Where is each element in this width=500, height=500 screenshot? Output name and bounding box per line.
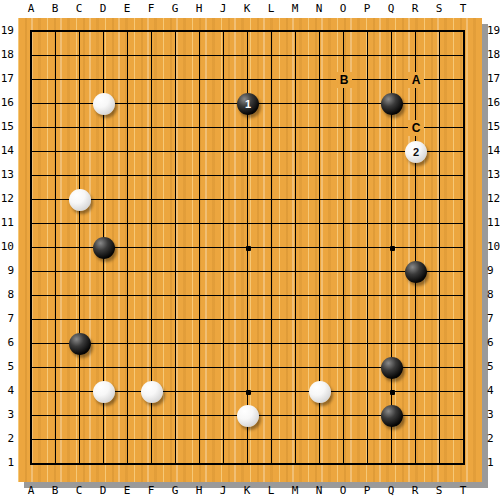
intersection-D5[interactable] <box>92 356 116 380</box>
intersection-C4[interactable] <box>68 380 92 404</box>
intersection-O12[interactable] <box>332 188 356 212</box>
intersection-S2[interactable] <box>428 428 452 452</box>
intersection-P16[interactable] <box>356 92 380 116</box>
intersection-R15[interactable]: C <box>404 116 428 140</box>
intersection-O16[interactable] <box>332 92 356 116</box>
intersection-N15[interactable] <box>308 116 332 140</box>
intersection-H15[interactable] <box>188 116 212 140</box>
intersection-T6[interactable] <box>452 332 476 356</box>
intersection-D17[interactable] <box>92 68 116 92</box>
intersection-A15[interactable] <box>20 116 44 140</box>
intersection-M19[interactable] <box>284 20 308 44</box>
intersection-A3[interactable] <box>20 404 44 428</box>
intersection-G14[interactable] <box>164 140 188 164</box>
intersection-C10[interactable] <box>68 236 92 260</box>
intersection-S3[interactable] <box>428 404 452 428</box>
intersection-T15[interactable] <box>452 116 476 140</box>
intersection-S10[interactable] <box>428 236 452 260</box>
intersection-D8[interactable] <box>92 284 116 308</box>
intersection-F17[interactable] <box>140 68 164 92</box>
intersection-O5[interactable] <box>332 356 356 380</box>
intersection-S4[interactable] <box>428 380 452 404</box>
intersection-O10[interactable] <box>332 236 356 260</box>
intersection-B9[interactable] <box>44 260 68 284</box>
intersection-L10[interactable] <box>260 236 284 260</box>
intersection-R13[interactable] <box>404 164 428 188</box>
intersection-F9[interactable] <box>140 260 164 284</box>
intersection-F14[interactable] <box>140 140 164 164</box>
intersection-L4[interactable] <box>260 380 284 404</box>
intersection-G1[interactable] <box>164 452 188 476</box>
intersection-N16[interactable] <box>308 92 332 116</box>
intersection-C11[interactable] <box>68 212 92 236</box>
intersection-M16[interactable] <box>284 92 308 116</box>
intersection-G8[interactable] <box>164 284 188 308</box>
intersection-J15[interactable] <box>212 116 236 140</box>
intersection-J16[interactable] <box>212 92 236 116</box>
intersection-P9[interactable] <box>356 260 380 284</box>
intersection-N8[interactable] <box>308 284 332 308</box>
intersection-C3[interactable] <box>68 404 92 428</box>
intersection-G9[interactable] <box>164 260 188 284</box>
intersection-T3[interactable] <box>452 404 476 428</box>
intersection-E4[interactable] <box>116 380 140 404</box>
intersection-T12[interactable] <box>452 188 476 212</box>
intersection-Q6[interactable] <box>380 332 404 356</box>
intersection-T1[interactable] <box>452 452 476 476</box>
intersection-L16[interactable] <box>260 92 284 116</box>
intersection-C9[interactable] <box>68 260 92 284</box>
intersection-P12[interactable] <box>356 188 380 212</box>
intersection-K16[interactable]: 1 <box>236 92 260 116</box>
intersection-F16[interactable] <box>140 92 164 116</box>
intersection-F18[interactable] <box>140 44 164 68</box>
intersection-T9[interactable] <box>452 260 476 284</box>
intersection-B14[interactable] <box>44 140 68 164</box>
intersection-F10[interactable] <box>140 236 164 260</box>
intersection-N4[interactable] <box>308 380 332 404</box>
intersection-S5[interactable] <box>428 356 452 380</box>
intersection-T18[interactable] <box>452 44 476 68</box>
intersection-Q19[interactable] <box>380 20 404 44</box>
intersection-P13[interactable] <box>356 164 380 188</box>
intersection-K17[interactable] <box>236 68 260 92</box>
intersection-Q2[interactable] <box>380 428 404 452</box>
intersection-T4[interactable] <box>452 380 476 404</box>
intersection-J10[interactable] <box>212 236 236 260</box>
intersection-E7[interactable] <box>116 308 140 332</box>
intersection-P4[interactable] <box>356 380 380 404</box>
intersection-P5[interactable] <box>356 356 380 380</box>
intersection-H5[interactable] <box>188 356 212 380</box>
intersection-T16[interactable] <box>452 92 476 116</box>
intersection-B13[interactable] <box>44 164 68 188</box>
intersection-M17[interactable] <box>284 68 308 92</box>
intersection-J9[interactable] <box>212 260 236 284</box>
intersection-L17[interactable] <box>260 68 284 92</box>
intersection-E9[interactable] <box>116 260 140 284</box>
intersection-O18[interactable] <box>332 44 356 68</box>
intersection-F7[interactable] <box>140 308 164 332</box>
intersection-R10[interactable] <box>404 236 428 260</box>
intersection-E5[interactable] <box>116 356 140 380</box>
intersection-O2[interactable] <box>332 428 356 452</box>
intersection-Q1[interactable] <box>380 452 404 476</box>
intersection-K14[interactable] <box>236 140 260 164</box>
intersection-M9[interactable] <box>284 260 308 284</box>
intersection-R14[interactable]: 2 <box>404 140 428 164</box>
intersection-J18[interactable] <box>212 44 236 68</box>
intersection-K18[interactable] <box>236 44 260 68</box>
intersection-N3[interactable] <box>308 404 332 428</box>
intersection-L6[interactable] <box>260 332 284 356</box>
intersection-C2[interactable] <box>68 428 92 452</box>
intersection-Q9[interactable] <box>380 260 404 284</box>
intersection-C14[interactable] <box>68 140 92 164</box>
intersection-P2[interactable] <box>356 428 380 452</box>
intersection-L18[interactable] <box>260 44 284 68</box>
intersection-P15[interactable] <box>356 116 380 140</box>
intersection-N1[interactable] <box>308 452 332 476</box>
intersection-S12[interactable] <box>428 188 452 212</box>
intersection-K13[interactable] <box>236 164 260 188</box>
intersection-B5[interactable] <box>44 356 68 380</box>
intersection-C5[interactable] <box>68 356 92 380</box>
intersection-C8[interactable] <box>68 284 92 308</box>
intersection-S9[interactable] <box>428 260 452 284</box>
intersection-A16[interactable] <box>20 92 44 116</box>
intersection-R5[interactable] <box>404 356 428 380</box>
intersection-T14[interactable] <box>452 140 476 164</box>
intersection-S15[interactable] <box>428 116 452 140</box>
intersection-E15[interactable] <box>116 116 140 140</box>
intersection-Q13[interactable] <box>380 164 404 188</box>
intersection-R11[interactable] <box>404 212 428 236</box>
intersection-L11[interactable] <box>260 212 284 236</box>
intersection-N10[interactable] <box>308 236 332 260</box>
intersection-D6[interactable] <box>92 332 116 356</box>
intersection-N13[interactable] <box>308 164 332 188</box>
intersection-J8[interactable] <box>212 284 236 308</box>
intersection-R18[interactable] <box>404 44 428 68</box>
intersection-F11[interactable] <box>140 212 164 236</box>
intersection-B17[interactable] <box>44 68 68 92</box>
intersection-J6[interactable] <box>212 332 236 356</box>
intersection-F8[interactable] <box>140 284 164 308</box>
intersection-R6[interactable] <box>404 332 428 356</box>
intersection-M10[interactable] <box>284 236 308 260</box>
intersection-J7[interactable] <box>212 308 236 332</box>
intersection-N5[interactable] <box>308 356 332 380</box>
intersection-S7[interactable] <box>428 308 452 332</box>
intersection-M18[interactable] <box>284 44 308 68</box>
intersection-H3[interactable] <box>188 404 212 428</box>
intersection-P11[interactable] <box>356 212 380 236</box>
intersection-O1[interactable] <box>332 452 356 476</box>
intersection-L5[interactable] <box>260 356 284 380</box>
intersection-Q4[interactable] <box>380 380 404 404</box>
intersection-L14[interactable] <box>260 140 284 164</box>
intersection-P14[interactable] <box>356 140 380 164</box>
intersection-K5[interactable] <box>236 356 260 380</box>
intersection-D16[interactable] <box>92 92 116 116</box>
intersection-N6[interactable] <box>308 332 332 356</box>
intersection-M8[interactable] <box>284 284 308 308</box>
intersection-Q7[interactable] <box>380 308 404 332</box>
intersection-C15[interactable] <box>68 116 92 140</box>
intersection-O7[interactable] <box>332 308 356 332</box>
intersection-R1[interactable] <box>404 452 428 476</box>
intersection-A11[interactable] <box>20 212 44 236</box>
intersection-E17[interactable] <box>116 68 140 92</box>
intersection-T17[interactable] <box>452 68 476 92</box>
intersection-M6[interactable] <box>284 332 308 356</box>
intersection-E3[interactable] <box>116 404 140 428</box>
intersection-P8[interactable] <box>356 284 380 308</box>
intersection-B8[interactable] <box>44 284 68 308</box>
intersection-A4[interactable] <box>20 380 44 404</box>
intersection-Q17[interactable] <box>380 68 404 92</box>
intersection-J3[interactable] <box>212 404 236 428</box>
intersection-R16[interactable] <box>404 92 428 116</box>
intersection-O19[interactable] <box>332 20 356 44</box>
intersection-A9[interactable] <box>20 260 44 284</box>
intersection-M13[interactable] <box>284 164 308 188</box>
intersection-P19[interactable] <box>356 20 380 44</box>
intersection-H13[interactable] <box>188 164 212 188</box>
intersection-A14[interactable] <box>20 140 44 164</box>
intersection-S13[interactable] <box>428 164 452 188</box>
intersection-D2[interactable] <box>92 428 116 452</box>
intersection-K3[interactable] <box>236 404 260 428</box>
intersection-K9[interactable] <box>236 260 260 284</box>
intersection-A18[interactable] <box>20 44 44 68</box>
intersection-H9[interactable] <box>188 260 212 284</box>
intersection-D9[interactable] <box>92 260 116 284</box>
intersection-Q15[interactable] <box>380 116 404 140</box>
intersection-F12[interactable] <box>140 188 164 212</box>
intersection-N12[interactable] <box>308 188 332 212</box>
intersection-P17[interactable] <box>356 68 380 92</box>
intersection-L19[interactable] <box>260 20 284 44</box>
intersection-F4[interactable] <box>140 380 164 404</box>
intersection-G17[interactable] <box>164 68 188 92</box>
intersection-H6[interactable] <box>188 332 212 356</box>
intersection-B2[interactable] <box>44 428 68 452</box>
intersection-G15[interactable] <box>164 116 188 140</box>
intersection-G4[interactable] <box>164 380 188 404</box>
intersection-K1[interactable] <box>236 452 260 476</box>
intersection-A1[interactable] <box>20 452 44 476</box>
intersection-T10[interactable] <box>452 236 476 260</box>
intersection-E2[interactable] <box>116 428 140 452</box>
intersection-N17[interactable] <box>308 68 332 92</box>
intersection-D10[interactable] <box>92 236 116 260</box>
intersection-A13[interactable] <box>20 164 44 188</box>
intersection-F19[interactable] <box>140 20 164 44</box>
intersection-B1[interactable] <box>44 452 68 476</box>
intersection-H10[interactable] <box>188 236 212 260</box>
intersection-S16[interactable] <box>428 92 452 116</box>
intersection-R19[interactable] <box>404 20 428 44</box>
intersection-R2[interactable] <box>404 428 428 452</box>
intersection-K10[interactable] <box>236 236 260 260</box>
intersection-A8[interactable] <box>20 284 44 308</box>
intersection-L15[interactable] <box>260 116 284 140</box>
intersection-K7[interactable] <box>236 308 260 332</box>
intersection-E19[interactable] <box>116 20 140 44</box>
intersection-A2[interactable] <box>20 428 44 452</box>
intersection-G3[interactable] <box>164 404 188 428</box>
intersection-Q18[interactable] <box>380 44 404 68</box>
intersection-R12[interactable] <box>404 188 428 212</box>
intersection-P1[interactable] <box>356 452 380 476</box>
intersection-B6[interactable] <box>44 332 68 356</box>
intersection-B4[interactable] <box>44 380 68 404</box>
intersection-G10[interactable] <box>164 236 188 260</box>
intersection-G18[interactable] <box>164 44 188 68</box>
intersection-F2[interactable] <box>140 428 164 452</box>
intersection-K11[interactable] <box>236 212 260 236</box>
intersection-N9[interactable] <box>308 260 332 284</box>
intersection-E11[interactable] <box>116 212 140 236</box>
intersection-L3[interactable] <box>260 404 284 428</box>
intersection-E14[interactable] <box>116 140 140 164</box>
intersection-O13[interactable] <box>332 164 356 188</box>
intersection-K12[interactable] <box>236 188 260 212</box>
intersection-T5[interactable] <box>452 356 476 380</box>
intersection-H14[interactable] <box>188 140 212 164</box>
intersection-O9[interactable] <box>332 260 356 284</box>
intersection-O15[interactable] <box>332 116 356 140</box>
intersection-T8[interactable] <box>452 284 476 308</box>
intersection-R17[interactable]: A <box>404 68 428 92</box>
intersection-J11[interactable] <box>212 212 236 236</box>
intersection-B19[interactable] <box>44 20 68 44</box>
intersection-R4[interactable] <box>404 380 428 404</box>
intersection-M5[interactable] <box>284 356 308 380</box>
intersection-N19[interactable] <box>308 20 332 44</box>
intersection-G7[interactable] <box>164 308 188 332</box>
intersection-T19[interactable] <box>452 20 476 44</box>
intersection-A5[interactable] <box>20 356 44 380</box>
intersection-E12[interactable] <box>116 188 140 212</box>
intersection-D1[interactable] <box>92 452 116 476</box>
intersection-H11[interactable] <box>188 212 212 236</box>
intersection-F3[interactable] <box>140 404 164 428</box>
intersection-L8[interactable] <box>260 284 284 308</box>
intersection-G5[interactable] <box>164 356 188 380</box>
intersection-D12[interactable] <box>92 188 116 212</box>
intersection-P3[interactable] <box>356 404 380 428</box>
intersection-Q11[interactable] <box>380 212 404 236</box>
intersection-D11[interactable] <box>92 212 116 236</box>
intersection-C1[interactable] <box>68 452 92 476</box>
intersection-A12[interactable] <box>20 188 44 212</box>
intersection-S19[interactable] <box>428 20 452 44</box>
intersection-D7[interactable] <box>92 308 116 332</box>
intersection-S14[interactable] <box>428 140 452 164</box>
intersection-Q8[interactable] <box>380 284 404 308</box>
intersection-J1[interactable] <box>212 452 236 476</box>
intersection-N14[interactable] <box>308 140 332 164</box>
intersection-F5[interactable] <box>140 356 164 380</box>
intersection-D4[interactable] <box>92 380 116 404</box>
intersection-B7[interactable] <box>44 308 68 332</box>
intersection-Q14[interactable] <box>380 140 404 164</box>
intersection-J14[interactable] <box>212 140 236 164</box>
intersection-O6[interactable] <box>332 332 356 356</box>
intersection-R3[interactable] <box>404 404 428 428</box>
intersection-S17[interactable] <box>428 68 452 92</box>
intersection-S18[interactable] <box>428 44 452 68</box>
intersection-K6[interactable] <box>236 332 260 356</box>
intersection-H17[interactable] <box>188 68 212 92</box>
intersection-L12[interactable] <box>260 188 284 212</box>
intersection-C17[interactable] <box>68 68 92 92</box>
intersection-D19[interactable] <box>92 20 116 44</box>
intersection-H12[interactable] <box>188 188 212 212</box>
intersection-C16[interactable] <box>68 92 92 116</box>
intersection-T2[interactable] <box>452 428 476 452</box>
intersection-K4[interactable] <box>236 380 260 404</box>
intersection-M14[interactable] <box>284 140 308 164</box>
intersection-A19[interactable] <box>20 20 44 44</box>
intersection-O17[interactable]: B <box>332 68 356 92</box>
intersection-J12[interactable] <box>212 188 236 212</box>
intersection-H2[interactable] <box>188 428 212 452</box>
intersection-D15[interactable] <box>92 116 116 140</box>
intersection-E1[interactable] <box>116 452 140 476</box>
intersection-S1[interactable] <box>428 452 452 476</box>
intersection-N2[interactable] <box>308 428 332 452</box>
intersection-K8[interactable] <box>236 284 260 308</box>
intersection-J13[interactable] <box>212 164 236 188</box>
intersection-H16[interactable] <box>188 92 212 116</box>
intersection-K15[interactable] <box>236 116 260 140</box>
intersection-G11[interactable] <box>164 212 188 236</box>
intersection-R7[interactable] <box>404 308 428 332</box>
intersection-E18[interactable] <box>116 44 140 68</box>
intersection-F13[interactable] <box>140 164 164 188</box>
intersection-D18[interactable] <box>92 44 116 68</box>
intersection-G19[interactable] <box>164 20 188 44</box>
intersection-S11[interactable] <box>428 212 452 236</box>
intersection-H4[interactable] <box>188 380 212 404</box>
intersection-C7[interactable] <box>68 308 92 332</box>
intersection-Q10[interactable] <box>380 236 404 260</box>
intersection-A6[interactable] <box>20 332 44 356</box>
intersection-M4[interactable] <box>284 380 308 404</box>
intersection-A17[interactable] <box>20 68 44 92</box>
intersection-J5[interactable] <box>212 356 236 380</box>
intersection-Q12[interactable] <box>380 188 404 212</box>
intersection-L2[interactable] <box>260 428 284 452</box>
intersection-J2[interactable] <box>212 428 236 452</box>
intersection-G12[interactable] <box>164 188 188 212</box>
intersection-L13[interactable] <box>260 164 284 188</box>
intersection-E6[interactable] <box>116 332 140 356</box>
intersection-E16[interactable] <box>116 92 140 116</box>
intersection-T7[interactable] <box>452 308 476 332</box>
intersection-M3[interactable] <box>284 404 308 428</box>
intersection-A10[interactable] <box>20 236 44 260</box>
intersection-H19[interactable] <box>188 20 212 44</box>
intersection-C19[interactable] <box>68 20 92 44</box>
intersection-H7[interactable] <box>188 308 212 332</box>
intersection-C6[interactable] <box>68 332 92 356</box>
intersection-N18[interactable] <box>308 44 332 68</box>
